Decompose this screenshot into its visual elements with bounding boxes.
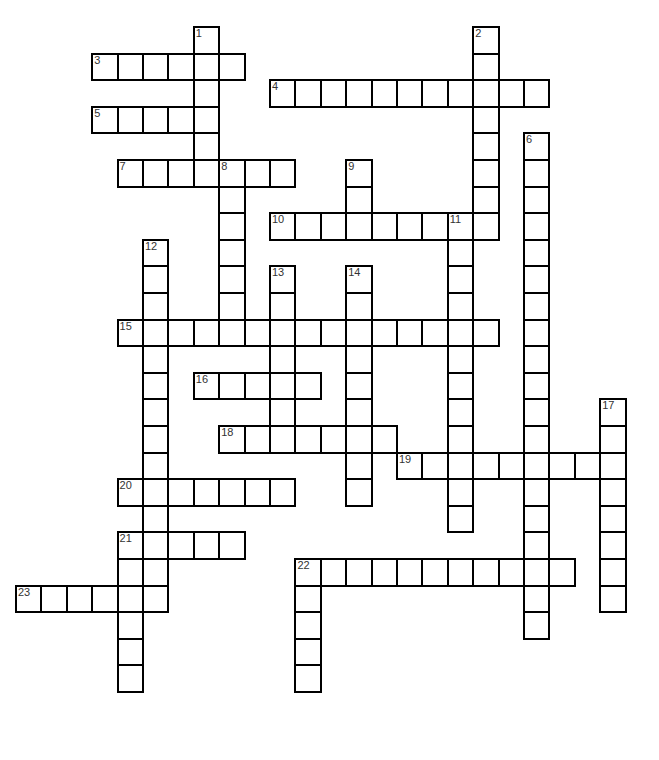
grid-cell-c6-r19[interactable] — [167, 531, 194, 560]
clue-number-4: 4 — [272, 80, 278, 93]
grid-cell-c6-r1[interactable] — [167, 53, 194, 82]
grid-cell-c5-r21[interactable] — [142, 585, 169, 614]
grid-cell-c10-r2[interactable]: 4 — [269, 79, 296, 108]
grid-cell-c4-r1[interactable] — [117, 53, 144, 82]
grid-cell-c8-r13[interactable] — [218, 372, 245, 401]
grid-cell-c20-r8[interactable] — [523, 239, 550, 268]
grid-cell-c21-r20[interactable] — [548, 558, 575, 587]
grid-cell-c23-r20[interactable] — [599, 558, 626, 587]
clue-number-2: 2 — [475, 27, 481, 40]
grid-cell-c2-r21[interactable] — [66, 585, 93, 614]
clue-number-11: 11 — [450, 213, 461, 226]
grid-cell-c4-r23[interactable] — [117, 638, 144, 667]
grid-cell-c4-r5[interactable]: 7 — [117, 159, 144, 188]
grid-cell-c11-r23[interactable] — [294, 638, 321, 667]
grid-cell-c4-r11[interactable]: 15 — [117, 319, 144, 348]
grid-cell-c20-r21[interactable] — [523, 585, 550, 614]
grid-cell-c18-r20[interactable] — [472, 558, 499, 587]
grid-cell-c17-r9[interactable] — [447, 265, 474, 294]
grid-cell-c8-r8[interactable] — [218, 239, 245, 268]
clue-number-3: 3 — [94, 54, 100, 67]
grid-cell-c6-r11[interactable] — [167, 319, 194, 348]
grid-cell-c14-r20[interactable] — [371, 558, 398, 587]
grid-cell-c17-r10[interactable] — [447, 292, 474, 321]
clue-number-10: 10 — [272, 213, 284, 226]
grid-cell-c15-r11[interactable] — [396, 319, 423, 348]
grid-cell-c15-r16[interactable]: 19 — [396, 452, 423, 481]
grid-cell-c12-r11[interactable] — [320, 319, 347, 348]
grid-cell-c5-r19[interactable] — [142, 531, 169, 560]
grid-cell-c19-r2[interactable] — [498, 79, 525, 108]
grid-cell-c8-r9[interactable] — [218, 265, 245, 294]
grid-cell-c17-r11[interactable] — [447, 319, 474, 348]
grid-cell-c20-r16[interactable] — [523, 452, 550, 481]
grid-cell-c13-r12[interactable] — [345, 345, 372, 374]
grid-cell-c20-r6[interactable] — [523, 186, 550, 215]
grid-cell-c17-r15[interactable] — [447, 425, 474, 454]
grid-cell-c9-r17[interactable] — [244, 478, 271, 507]
grid-cell-c7-r2[interactable] — [193, 79, 220, 108]
grid-cell-c18-r4[interactable] — [472, 132, 499, 161]
clue-number-12: 12 — [145, 240, 157, 253]
grid-cell-c11-r15[interactable] — [294, 425, 321, 454]
grid-cell-c23-r21[interactable] — [599, 585, 626, 614]
grid-cell-c12-r7[interactable] — [320, 212, 347, 241]
grid-cell-c14-r7[interactable] — [371, 212, 398, 241]
grid-cell-c17-r13[interactable] — [447, 372, 474, 401]
grid-cell-c18-r7[interactable] — [472, 212, 499, 241]
grid-cell-c11-r21[interactable] — [294, 585, 321, 614]
grid-cell-c20-r9[interactable] — [523, 265, 550, 294]
grid-cell-c15-r2[interactable] — [396, 79, 423, 108]
grid-cell-c12-r15[interactable] — [320, 425, 347, 454]
grid-cell-c7-r17[interactable] — [193, 478, 220, 507]
grid-cell-c17-r20[interactable] — [447, 558, 474, 587]
grid-cell-c10-r15[interactable] — [269, 425, 296, 454]
grid-cell-c6-r3[interactable] — [167, 106, 194, 135]
grid-cell-c13-r5[interactable]: 9 — [345, 159, 372, 188]
grid-cell-c5-r15[interactable] — [142, 425, 169, 454]
clue-number-9: 9 — [348, 160, 354, 173]
grid-cell-c20-r22[interactable] — [523, 611, 550, 640]
clue-number-13: 13 — [272, 266, 284, 279]
grid-cell-c3-r1[interactable]: 3 — [91, 53, 118, 82]
clue-number-19: 19 — [399, 453, 411, 466]
grid-cell-c17-r12[interactable] — [447, 345, 474, 374]
grid-cell-c8-r5[interactable]: 8 — [218, 159, 245, 188]
grid-cell-c14-r15[interactable] — [371, 425, 398, 454]
grid-cell-c5-r3[interactable] — [142, 106, 169, 135]
crossword-board: 1234567891011121314151617181920212223 — [0, 0, 659, 760]
grid-cell-c7-r13[interactable]: 16 — [193, 372, 220, 401]
grid-cell-c13-r13[interactable] — [345, 372, 372, 401]
grid-cell-c8-r11[interactable] — [218, 319, 245, 348]
clue-number-20: 20 — [120, 479, 132, 492]
grid-cell-c13-r6[interactable] — [345, 186, 372, 215]
grid-cell-c20-r13[interactable] — [523, 372, 550, 401]
clue-number-6: 6 — [526, 133, 532, 146]
grid-cell-c4-r19[interactable]: 21 — [117, 531, 144, 560]
grid-cell-c11-r11[interactable] — [294, 319, 321, 348]
clue-number-7: 7 — [120, 160, 126, 173]
grid-cell-c4-r24[interactable] — [117, 664, 144, 693]
grid-cell-c4-r20[interactable] — [117, 558, 144, 587]
grid-cell-c5-r20[interactable] — [142, 558, 169, 587]
grid-cell-c19-r20[interactable] — [498, 558, 525, 587]
grid-cell-c18-r6[interactable] — [472, 186, 499, 215]
grid-cell-c20-r11[interactable] — [523, 319, 550, 348]
grid-cell-c11-r7[interactable] — [294, 212, 321, 241]
grid-cell-c20-r20[interactable] — [523, 558, 550, 587]
grid-cell-c16-r7[interactable] — [421, 212, 448, 241]
grid-cell-c13-r9[interactable]: 14 — [345, 265, 372, 294]
grid-cell-c20-r5[interactable] — [523, 159, 550, 188]
grid-cell-c8-r17[interactable] — [218, 478, 245, 507]
grid-cell-c9-r15[interactable] — [244, 425, 271, 454]
grid-cell-c5-r18[interactable] — [142, 505, 169, 534]
grid-cell-c7-r3[interactable] — [193, 106, 220, 135]
grid-cell-c10-r17[interactable] — [269, 478, 296, 507]
grid-cell-c7-r19[interactable] — [193, 531, 220, 560]
grid-cell-c5-r1[interactable] — [142, 53, 169, 82]
grid-cell-c10-r13[interactable] — [269, 372, 296, 401]
grid-cell-c18-r3[interactable] — [472, 106, 499, 135]
grid-cell-c3-r21[interactable] — [91, 585, 118, 614]
grid-cell-c11-r22[interactable] — [294, 611, 321, 640]
clue-number-16: 16 — [196, 373, 208, 386]
grid-cell-c18-r11[interactable] — [472, 319, 499, 348]
grid-cell-c9-r5[interactable] — [244, 159, 271, 188]
grid-cell-c11-r20[interactable]: 22 — [294, 558, 321, 587]
clue-number-22: 22 — [297, 559, 309, 572]
grid-cell-c13-r14[interactable] — [345, 398, 372, 427]
grid-cell-c18-r1[interactable] — [472, 53, 499, 82]
grid-cell-c17-r2[interactable] — [447, 79, 474, 108]
grid-cell-c5-r9[interactable] — [142, 265, 169, 294]
grid-cell-c14-r11[interactable] — [371, 319, 398, 348]
grid-cell-c10-r9[interactable]: 13 — [269, 265, 296, 294]
grid-cell-c8-r10[interactable] — [218, 292, 245, 321]
grid-cell-c20-r4[interactable]: 6 — [523, 132, 550, 161]
grid-cell-c20-r17[interactable] — [523, 478, 550, 507]
grid-cell-c16-r11[interactable] — [421, 319, 448, 348]
grid-cell-c23-r14[interactable]: 17 — [599, 398, 626, 427]
grid-cell-c10-r7[interactable]: 10 — [269, 212, 296, 241]
grid-cell-c17-r18[interactable] — [447, 505, 474, 534]
grid-cell-c18-r0[interactable]: 2 — [472, 26, 499, 55]
grid-cell-c23-r18[interactable] — [599, 505, 626, 534]
grid-cell-c20-r18[interactable] — [523, 505, 550, 534]
grid-cell-c13-r17[interactable] — [345, 478, 372, 507]
grid-cell-c23-r15[interactable] — [599, 425, 626, 454]
grid-cell-c17-r7[interactable]: 11 — [447, 212, 474, 241]
grid-cell-c10-r10[interactable] — [269, 292, 296, 321]
grid-cell-c21-r16[interactable] — [548, 452, 575, 481]
grid-cell-c8-r1[interactable] — [218, 53, 245, 82]
grid-cell-c7-r5[interactable] — [193, 159, 220, 188]
grid-cell-c8-r15[interactable]: 18 — [218, 425, 245, 454]
grid-cell-c10-r5[interactable] — [269, 159, 296, 188]
clue-number-17: 17 — [602, 399, 614, 412]
grid-cell-c11-r24[interactable] — [294, 664, 321, 693]
grid-cell-c7-r4[interactable] — [193, 132, 220, 161]
grid-cell-c15-r7[interactable] — [396, 212, 423, 241]
clue-number-1: 1 — [196, 27, 202, 40]
grid-cell-c18-r5[interactable] — [472, 159, 499, 188]
clue-number-5: 5 — [94, 107, 100, 120]
grid-cell-c18-r16[interactable] — [472, 452, 499, 481]
grid-cell-c17-r14[interactable] — [447, 398, 474, 427]
clue-number-8: 8 — [221, 160, 227, 173]
grid-cell-c10-r12[interactable] — [269, 345, 296, 374]
grid-cell-c17-r8[interactable] — [447, 239, 474, 268]
clue-number-15: 15 — [120, 320, 132, 333]
grid-cell-c11-r13[interactable] — [294, 372, 321, 401]
grid-cell-c5-r12[interactable] — [142, 345, 169, 374]
grid-cell-c12-r20[interactable] — [320, 558, 347, 587]
grid-cell-c5-r17[interactable] — [142, 478, 169, 507]
grid-cell-c8-r6[interactable] — [218, 186, 245, 215]
grid-cell-c6-r5[interactable] — [167, 159, 194, 188]
clue-number-23: 23 — [18, 586, 30, 599]
grid-cell-c5-r5[interactable] — [142, 159, 169, 188]
grid-cell-c5-r11[interactable] — [142, 319, 169, 348]
grid-cell-c4-r3[interactable] — [117, 106, 144, 135]
grid-cell-c20-r2[interactable] — [523, 79, 550, 108]
grid-cell-c13-r11[interactable] — [345, 319, 372, 348]
grid-cell-c15-r20[interactable] — [396, 558, 423, 587]
grid-cell-c20-r19[interactable] — [523, 531, 550, 560]
grid-cell-c23-r17[interactable] — [599, 478, 626, 507]
grid-cell-c7-r0[interactable]: 1 — [193, 26, 220, 55]
grid-cell-c1-r21[interactable] — [40, 585, 67, 614]
grid-cell-c20-r10[interactable] — [523, 292, 550, 321]
grid-cell-c7-r11[interactable] — [193, 319, 220, 348]
grid-cell-c9-r11[interactable] — [244, 319, 271, 348]
grid-cell-c13-r16[interactable] — [345, 452, 372, 481]
grid-cell-c9-r13[interactable] — [244, 372, 271, 401]
grid-cell-c5-r16[interactable] — [142, 452, 169, 481]
grid-cell-c8-r19[interactable] — [218, 531, 245, 560]
grid-cell-c4-r17[interactable]: 20 — [117, 478, 144, 507]
grid-cell-c22-r16[interactable] — [574, 452, 601, 481]
grid-cell-c13-r20[interactable] — [345, 558, 372, 587]
grid-cell-c6-r17[interactable] — [167, 478, 194, 507]
grid-cell-c17-r17[interactable] — [447, 478, 474, 507]
grid-cell-c5-r13[interactable] — [142, 372, 169, 401]
grid-cell-c10-r11[interactable] — [269, 319, 296, 348]
grid-cell-c16-r20[interactable] — [421, 558, 448, 587]
grid-cell-c10-r14[interactable] — [269, 398, 296, 427]
grid-cell-c13-r10[interactable] — [345, 292, 372, 321]
grid-cell-c5-r8[interactable]: 12 — [142, 239, 169, 268]
grid-cell-c13-r15[interactable] — [345, 425, 372, 454]
grid-cell-c16-r2[interactable] — [421, 79, 448, 108]
grid-cell-c23-r19[interactable] — [599, 531, 626, 560]
grid-cell-c19-r16[interactable] — [498, 452, 525, 481]
grid-cell-c5-r10[interactable] — [142, 292, 169, 321]
grid-cell-c20-r15[interactable] — [523, 425, 550, 454]
grid-cell-c23-r16[interactable] — [599, 452, 626, 481]
grid-cell-c11-r2[interactable] — [294, 79, 321, 108]
grid-cell-c13-r2[interactable] — [345, 79, 372, 108]
grid-cell-c0-r21[interactable]: 23 — [15, 585, 42, 614]
grid-cell-c4-r21[interactable] — [117, 585, 144, 614]
clue-number-18: 18 — [221, 426, 233, 439]
grid-cell-c7-r1[interactable] — [193, 53, 220, 82]
grid-cell-c17-r16[interactable] — [447, 452, 474, 481]
clue-number-21: 21 — [120, 532, 132, 545]
grid-cell-c18-r2[interactable] — [472, 79, 499, 108]
grid-cell-c4-r22[interactable] — [117, 611, 144, 640]
grid-cell-c20-r14[interactable] — [523, 398, 550, 427]
grid-cell-c20-r12[interactable] — [523, 345, 550, 374]
grid-cell-c14-r2[interactable] — [371, 79, 398, 108]
grid-cell-c5-r14[interactable] — [142, 398, 169, 427]
grid-cell-c3-r3[interactable]: 5 — [91, 106, 118, 135]
clue-number-14: 14 — [348, 266, 360, 279]
grid-cell-c20-r7[interactable] — [523, 212, 550, 241]
grid-cell-c12-r2[interactable] — [320, 79, 347, 108]
grid-cell-c13-r7[interactable] — [345, 212, 372, 241]
grid-cell-c16-r16[interactable] — [421, 452, 448, 481]
grid-cell-c8-r7[interactable] — [218, 212, 245, 241]
